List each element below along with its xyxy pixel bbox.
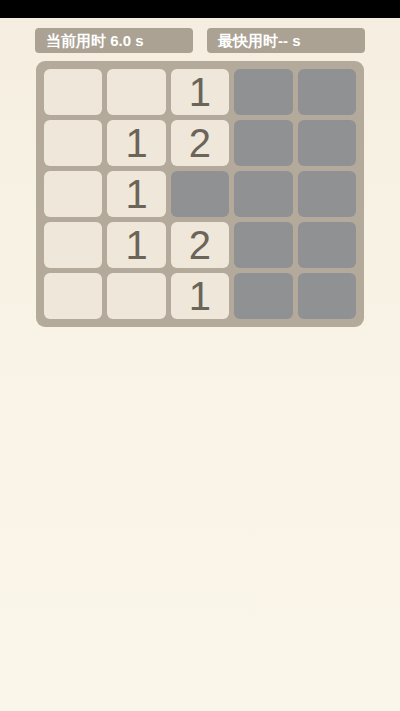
cell-r4c1[interactable]: [44, 222, 102, 268]
cell-r1c5[interactable]: [298, 69, 356, 115]
cell-r5c5[interactable]: [298, 273, 356, 319]
cell-r1c1[interactable]: [44, 69, 102, 115]
cell-r4c3[interactable]: 2: [171, 222, 229, 268]
best-time-badge: 最快用时-- s: [207, 28, 365, 53]
cell-r2c4[interactable]: [234, 120, 292, 166]
cell-r3c2[interactable]: 1: [107, 171, 165, 217]
cell-r2c2[interactable]: 1: [107, 120, 165, 166]
cell-r2c5[interactable]: [298, 120, 356, 166]
timer-row: 当前用时 6.0 s 最快用时-- s: [0, 28, 400, 53]
status-bar: [0, 0, 400, 18]
cell-r5c2[interactable]: [107, 273, 165, 319]
cell-r4c5[interactable]: [298, 222, 356, 268]
cell-r5c3[interactable]: 1: [171, 273, 229, 319]
cell-r3c4[interactable]: [234, 171, 292, 217]
cell-r1c2[interactable]: [107, 69, 165, 115]
cell-r3c5[interactable]: [298, 171, 356, 217]
cell-r1c3[interactable]: 1: [171, 69, 229, 115]
cell-r5c1[interactable]: [44, 273, 102, 319]
current-time-badge: 当前用时 6.0 s: [35, 28, 193, 53]
cell-r2c3[interactable]: 2: [171, 120, 229, 166]
cell-r4c2[interactable]: 1: [107, 222, 165, 268]
cell-r4c4[interactable]: [234, 222, 292, 268]
cell-r3c3[interactable]: [171, 171, 229, 217]
app-screen: 当前用时 6.0 s 最快用时-- s 1121121: [0, 0, 400, 327]
cell-r1c4[interactable]: [234, 69, 292, 115]
cell-r3c1[interactable]: [44, 171, 102, 217]
cell-r5c4[interactable]: [234, 273, 292, 319]
cell-r2c1[interactable]: [44, 120, 102, 166]
minesweeper-board: 1121121: [36, 61, 364, 327]
